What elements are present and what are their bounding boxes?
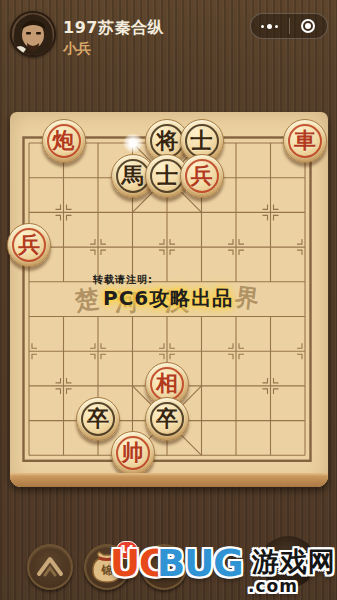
piece-red-車[interactable]: 車 [283,119,327,163]
svg-text:锦: 锦 [101,564,113,577]
chevron-up-icon [29,546,71,588]
collapse-button[interactable] [27,544,73,590]
exit-button[interactable] [290,14,328,38]
piece-red-兵[interactable]: 兵 [180,154,224,198]
river-char-jie: 界 [231,282,262,313]
hint-count-badge: 14 [116,541,138,559]
more-button[interactable] [251,14,289,38]
piece-glyph: 炮 [43,120,85,162]
miniprogram-capsule [250,13,328,39]
avatar-portrait [12,13,54,55]
piece-red-炮[interactable]: 炮 [42,119,86,163]
level-title: 197苏秦合纵 [63,18,164,39]
player-name: 小兵 [63,40,91,58]
river-char-chu: 楚 [71,284,103,316]
watermark-brand: PC6攻略出品 [103,285,233,312]
logo-site: 游戏网 [252,544,336,580]
piece-red-帅[interactable]: 帅 [111,431,155,475]
ink-blob [260,536,316,588]
piece-red-兵[interactable]: 兵 [7,223,51,267]
hidden-footer-button[interactable] [141,544,187,590]
piece-glyph: 兵 [181,155,223,197]
piece-glyph: 車 [284,120,326,162]
piece-glyph: 兵 [8,224,50,266]
logo-domain: .com [248,576,298,596]
xiangqi-board[interactable]: 楚 河 汉 界 炮将士車馬士兵兵相卒卒帅 转载请注明: PC6攻略出品 [10,112,328,487]
player-avatar [10,11,56,57]
more-dots-icon [261,24,278,29]
piece-glyph: 帅 [112,432,154,474]
move-highlight [123,133,143,153]
record-circle-icon [301,19,315,33]
